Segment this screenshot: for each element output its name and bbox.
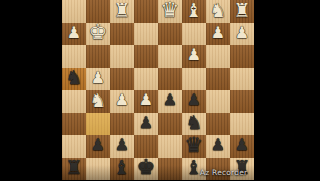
letterbox-left — [0, 0, 62, 180]
square-c4[interactable] — [182, 68, 206, 91]
square-d2[interactable] — [158, 23, 182, 46]
square-d5[interactable]: ♟ — [158, 90, 182, 113]
square-f8[interactable]: ♝ — [110, 158, 134, 181]
square-b2[interactable]: ♟ — [206, 23, 230, 46]
piece-wB-c1: ♝ — [185, 1, 202, 20]
video-frame: ♜♛♝♞♜♟♚♟♟♟♞♟♞♟♟♟♟♟♞♟♟♛♟♟♜♝♚♝♜ Az Recorde… — [0, 0, 320, 180]
square-c7[interactable]: ♛ — [182, 135, 206, 158]
piece-wN-b1: ♞ — [209, 1, 226, 20]
piece-wR-a1: ♜ — [233, 1, 250, 20]
square-g1[interactable] — [86, 0, 110, 23]
square-e2[interactable] — [134, 23, 158, 46]
square-a1[interactable]: ♜ — [230, 0, 254, 23]
square-b1[interactable]: ♞ — [206, 0, 230, 23]
square-c2[interactable] — [182, 23, 206, 46]
piece-bN-c6: ♞ — [185, 113, 202, 132]
square-g3[interactable] — [86, 45, 110, 68]
piece-bP-b7: ♟ — [211, 137, 225, 153]
square-a7[interactable]: ♟ — [230, 135, 254, 158]
square-g7[interactable]: ♟ — [86, 135, 110, 158]
square-b6[interactable] — [206, 113, 230, 136]
piece-bP-g7: ♟ — [91, 137, 105, 153]
square-h5[interactable] — [62, 90, 86, 113]
square-a5[interactable] — [230, 90, 254, 113]
piece-wN-g5: ♞ — [89, 91, 106, 110]
piece-bN-h4: ♞ — [65, 68, 82, 87]
piece-bP-a7: ♟ — [235, 137, 249, 153]
square-e1[interactable] — [134, 0, 158, 23]
watermark: Az Recorder — [200, 168, 247, 177]
square-g4[interactable]: ♟ — [86, 68, 110, 91]
square-a4[interactable] — [230, 68, 254, 91]
square-a2[interactable]: ♟ — [230, 23, 254, 46]
piece-wP-e5: ♟ — [139, 92, 153, 108]
square-g2[interactable]: ♚ — [86, 23, 110, 46]
square-b4[interactable] — [206, 68, 230, 91]
chess-board: ♜♛♝♞♜♟♚♟♟♟♞♟♞♟♟♟♟♟♞♟♟♛♟♟♜♝♚♝♜ — [62, 0, 254, 180]
piece-bQ-c7: ♛ — [185, 135, 204, 156]
square-g5[interactable]: ♞ — [86, 90, 110, 113]
square-h4[interactable]: ♞ — [62, 68, 86, 91]
square-h6[interactable] — [62, 113, 86, 136]
piece-bK-e8: ♚ — [137, 157, 156, 178]
square-b3[interactable] — [206, 45, 230, 68]
square-c3[interactable]: ♟ — [182, 45, 206, 68]
square-h2[interactable]: ♟ — [62, 23, 86, 46]
piece-bP-c5: ♟ — [187, 92, 201, 108]
piece-bR-h8: ♜ — [65, 158, 82, 177]
square-a6[interactable] — [230, 113, 254, 136]
piece-wP-a2: ♟ — [235, 25, 249, 41]
piece-bP-f7: ♟ — [115, 137, 129, 153]
square-d7[interactable] — [158, 135, 182, 158]
square-d3[interactable] — [158, 45, 182, 68]
square-h8[interactable]: ♜ — [62, 158, 86, 181]
square-h1[interactable] — [62, 0, 86, 23]
square-d6[interactable] — [158, 113, 182, 136]
square-c5[interactable]: ♟ — [182, 90, 206, 113]
piece-bP-e6: ♟ — [139, 115, 153, 131]
square-e8[interactable]: ♚ — [134, 158, 158, 181]
square-d1[interactable]: ♛ — [158, 0, 182, 23]
piece-wP-g4: ♟ — [91, 70, 105, 86]
square-g6[interactable] — [86, 113, 110, 136]
piece-wP-f5: ♟ — [115, 92, 129, 108]
square-d4[interactable] — [158, 68, 182, 91]
square-f6[interactable] — [110, 113, 134, 136]
square-e3[interactable] — [134, 45, 158, 68]
square-e7[interactable] — [134, 135, 158, 158]
square-f1[interactable]: ♜ — [110, 0, 134, 23]
piece-wP-h2: ♟ — [67, 25, 81, 41]
square-f4[interactable] — [110, 68, 134, 91]
square-f2[interactable] — [110, 23, 134, 46]
square-c6[interactable]: ♞ — [182, 113, 206, 136]
letterbox-right — [254, 0, 320, 180]
square-f7[interactable]: ♟ — [110, 135, 134, 158]
square-e4[interactable] — [134, 68, 158, 91]
square-h3[interactable] — [62, 45, 86, 68]
piece-wP-c3: ♟ — [187, 47, 201, 63]
piece-bP-d5: ♟ — [163, 92, 177, 108]
piece-wP-b2: ♟ — [211, 25, 225, 41]
square-a3[interactable] — [230, 45, 254, 68]
square-f3[interactable] — [110, 45, 134, 68]
piece-wR-f1: ♜ — [113, 1, 130, 20]
square-d8[interactable] — [158, 158, 182, 181]
square-f5[interactable]: ♟ — [110, 90, 134, 113]
square-h7[interactable] — [62, 135, 86, 158]
piece-bB-f8: ♝ — [113, 158, 130, 177]
square-c1[interactable]: ♝ — [182, 0, 206, 23]
square-e6[interactable]: ♟ — [134, 113, 158, 136]
piece-wK-g2: ♚ — [89, 22, 108, 43]
piece-wQ-d1: ♛ — [161, 0, 180, 21]
square-b7[interactable]: ♟ — [206, 135, 230, 158]
square-g8[interactable] — [86, 158, 110, 181]
square-b5[interactable] — [206, 90, 230, 113]
square-e5[interactable]: ♟ — [134, 90, 158, 113]
